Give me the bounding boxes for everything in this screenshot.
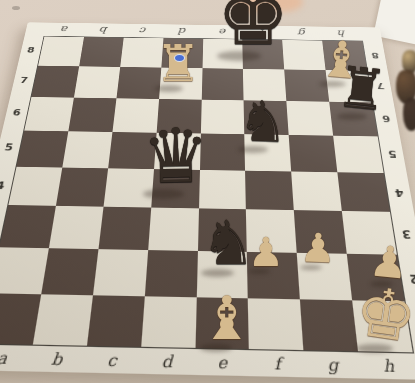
square-c3[interactable] [98,207,151,250]
square-b6[interactable] [68,97,116,131]
square-b1[interactable] [33,294,93,345]
rank-label-left-4: 4 [0,179,6,191]
square-g1[interactable] [300,299,358,351]
black-queen-d4[interactable]: ♛ [142,118,211,194]
rank-label-left-8: 8 [26,46,35,55]
captured-dark-piece [403,98,415,131]
file-label-bottom-e: e [217,353,227,372]
white-pawn-g2[interactable]: ♟ [299,227,336,268]
square-d2[interactable] [144,250,197,297]
rank-label-left-5: 5 [4,142,15,153]
square-b8[interactable] [79,37,123,67]
square-h5[interactable] [333,135,383,172]
square-g5[interactable] [289,135,338,172]
square-e7[interactable] [201,68,244,100]
square-f1[interactable] [248,298,303,350]
file-label-bottom-a: a [0,349,9,368]
black-knight-e2[interactable]: ♞ [201,212,256,273]
rank-label-left-6: 6 [12,108,22,118]
square-c2[interactable] [93,249,148,296]
file-label-bottom-f: f [274,354,281,373]
rank-label-left-7: 7 [19,76,29,86]
square-b5[interactable] [62,131,112,168]
file-label-bottom-g: g [327,355,340,374]
file-label-top-g: g [298,28,307,38]
rank-label-right-5: 5 [387,149,397,160]
square-a3[interactable] [0,205,56,248]
white-rook-d7[interactable]: ♜ [155,38,201,89]
file-label-bottom-c: c [106,351,117,370]
square-a6[interactable] [24,97,74,131]
black-knight-f5[interactable]: ♞ [237,93,289,151]
square-g6[interactable] [287,101,334,136]
square-c1[interactable] [87,295,145,346]
square-b2[interactable] [41,248,98,295]
square-b3[interactable] [49,206,104,249]
square-f4[interactable] [245,170,294,210]
square-d1[interactable] [141,296,196,347]
square-h4[interactable] [337,172,390,212]
file-label-bottom-h: h [382,356,396,375]
photo-chess-scene: aabbccddeeffgghh8877665544332211 ♚♜♝♜♞♛♞… [0,0,415,383]
coordinate-labels: aabbccddeeffgghh8877665544332211 [28,22,380,27]
white-king-h1[interactable]: ♚ [351,277,415,353]
file-label-top-b: b [100,25,109,35]
file-label-bottom-d: d [161,352,173,371]
file-label-bottom-b: b [50,350,63,369]
square-a5[interactable] [17,130,69,167]
square-g4[interactable] [291,171,342,211]
file-label-top-c: c [140,26,148,36]
rank-label-right-4: 4 [394,186,405,198]
square-b4[interactable] [56,167,108,207]
black-rook-h6[interactable]: ♜ [334,59,390,120]
file-label-top-a: a [60,25,69,35]
square-a7[interactable] [31,66,79,98]
white-bishop-e1[interactable]: ♝ [200,288,254,348]
square-a8[interactable] [38,36,84,66]
square-d3[interactable] [148,208,199,251]
blue-top-sticker [174,54,185,62]
black-king-f8[interactable]: ♚ [217,0,290,57]
square-b7[interactable] [74,66,120,98]
square-a4[interactable] [8,166,62,206]
